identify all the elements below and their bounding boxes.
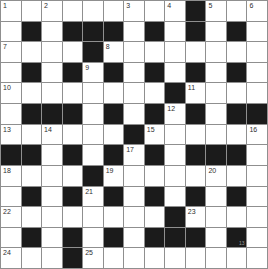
- cell-r6c12: [227, 104, 247, 124]
- cell-r4c2: [22, 63, 42, 83]
- clue-number: 4: [167, 2, 171, 9]
- cell-r9c1[interactable]: 18: [1, 166, 21, 186]
- clue-number: 8: [106, 43, 110, 50]
- cell-r9c9[interactable]: [165, 166, 185, 186]
- cell-r12c6: [104, 228, 124, 248]
- cell-r7c8[interactable]: 15: [145, 125, 165, 145]
- cell-r10c7[interactable]: [124, 187, 144, 207]
- cell-r5c12[interactable]: [227, 83, 247, 103]
- cell-r3c13[interactable]: [247, 42, 267, 62]
- cell-r10c10: [186, 187, 206, 207]
- cell-r12c7[interactable]: [124, 228, 144, 248]
- cell-r6c9[interactable]: 12: [165, 104, 185, 124]
- cell-r7c5[interactable]: [83, 125, 103, 145]
- cell-r1c4[interactable]: [63, 1, 83, 21]
- clue-number: 1: [3, 2, 7, 9]
- cell-r4c5[interactable]: 9: [83, 63, 103, 83]
- cell-r11c3[interactable]: [42, 207, 62, 227]
- cell-r13c7[interactable]: [124, 248, 144, 268]
- clue-number: 15: [147, 126, 155, 133]
- cell-r13c13[interactable]: [247, 248, 267, 268]
- cell-r4c11[interactable]: [206, 63, 226, 83]
- cell-r7c9[interactable]: [165, 125, 185, 145]
- clue-number: 18: [3, 167, 11, 174]
- cell-r5c6[interactable]: [104, 83, 124, 103]
- cell-r11c13[interactable]: [247, 207, 267, 227]
- clue-number: 13: [3, 126, 11, 133]
- cell-r5c9: [165, 83, 185, 103]
- cell-r11c12[interactable]: [227, 207, 247, 227]
- cell-r3c9[interactable]: [165, 42, 185, 62]
- cell-r6c3: [42, 104, 62, 124]
- cell-r4c10: [186, 63, 206, 83]
- cell-r8c6: [104, 145, 124, 165]
- cell-r9c3[interactable]: [42, 166, 62, 186]
- cell-r11c4[interactable]: [63, 207, 83, 227]
- cell-r4c4: [63, 63, 83, 83]
- cell-r2c12: [227, 22, 247, 42]
- cell-r5c5[interactable]: [83, 83, 103, 103]
- cell-r2c5: [83, 22, 103, 42]
- cell-r8c5[interactable]: [83, 145, 103, 165]
- clue-number: 2: [44, 2, 48, 9]
- cell-r4c13[interactable]: [247, 63, 267, 83]
- cell-r6c4: [63, 104, 83, 124]
- clue-number: 22: [3, 208, 11, 215]
- cell-r3c5: [83, 42, 103, 62]
- cell-r11c7[interactable]: [124, 207, 144, 227]
- cell-r1c11[interactable]: 5: [206, 1, 226, 21]
- cell-r5c2[interactable]: [22, 83, 42, 103]
- cell-r13c6[interactable]: [104, 248, 124, 268]
- clue-number: 7: [3, 43, 7, 50]
- cell-r5c3[interactable]: [42, 83, 62, 103]
- cell-r1c2[interactable]: [22, 1, 42, 21]
- cell-r11c2[interactable]: [22, 207, 42, 227]
- cell-r10c12: [227, 187, 247, 207]
- cell-r3c4[interactable]: [63, 42, 83, 62]
- cell-r1c13[interactable]: 6: [247, 1, 267, 21]
- cell-r10c6: [104, 187, 124, 207]
- cell-r2c7[interactable]: [124, 22, 144, 42]
- clue-number: 5: [208, 2, 212, 9]
- clue-number: 25: [85, 249, 93, 256]
- cell-r5c1[interactable]: 10: [1, 83, 21, 103]
- cell-r13c1[interactable]: 24: [1, 248, 21, 268]
- cell-r1c9[interactable]: 4: [165, 1, 185, 21]
- cell-r7c4[interactable]: [63, 125, 83, 145]
- clue-number: 23: [188, 208, 196, 215]
- cell-r6c1[interactable]: [1, 104, 21, 124]
- cell-r12c13[interactable]: [247, 228, 267, 248]
- cell-r5c8[interactable]: [145, 83, 165, 103]
- cell-r10c8: [145, 187, 165, 207]
- cell-r12c1[interactable]: [1, 228, 21, 248]
- cell-r4c3[interactable]: [42, 63, 62, 83]
- cell-r4c12: [227, 63, 247, 83]
- cell-r11c10[interactable]: 23: [186, 207, 206, 227]
- cell-r4c8: [145, 63, 165, 83]
- cell-r6c13: [247, 104, 267, 124]
- cell-r2c3[interactable]: [42, 22, 62, 42]
- clue-number: 20: [208, 167, 216, 174]
- cell-r11c11[interactable]: [206, 207, 226, 227]
- cell-r2c4: [63, 22, 83, 42]
- clue-number: 21: [85, 188, 93, 195]
- cell-r9c4[interactable]: [63, 166, 83, 186]
- cell-r7c7: [124, 125, 144, 145]
- cell-r4c1[interactable]: [1, 63, 21, 83]
- cell-r13c4: [63, 248, 83, 268]
- clue-number: 6: [249, 2, 253, 9]
- cell-r2c6: [104, 22, 124, 42]
- cell-r12c11[interactable]: [206, 228, 226, 248]
- cell-r1c3[interactable]: 2: [42, 1, 62, 21]
- cell-r3c11[interactable]: [206, 42, 226, 62]
- cell-r5c4[interactable]: [63, 83, 83, 103]
- cell-r10c2: [22, 187, 42, 207]
- cell-r8c1: [1, 145, 21, 165]
- cell-r7c3[interactable]: 14: [42, 125, 62, 145]
- cell-r2c8: [145, 22, 165, 42]
- clue-number: 10: [3, 84, 11, 91]
- cell-r1c10: [186, 1, 206, 21]
- cell-r9c12[interactable]: [227, 166, 247, 186]
- cell-r8c7[interactable]: 17: [124, 145, 144, 165]
- cell-r8c10: [186, 145, 206, 165]
- cell-r1c8[interactable]: [145, 1, 165, 21]
- cell-r3c6[interactable]: 8: [104, 42, 124, 62]
- crossword-grid: 1234567891011121314151617181920212223132…: [0, 0, 268, 269]
- cell-r8c2: [22, 145, 42, 165]
- cell-r5c13[interactable]: [247, 83, 267, 103]
- clue-number: 16: [249, 126, 257, 133]
- cell-r9c8[interactable]: [145, 166, 165, 186]
- cell-r4c9[interactable]: [165, 63, 185, 83]
- cell-r8c12: [227, 145, 247, 165]
- cell-r7c10[interactable]: [186, 125, 206, 145]
- clue-number: 19: [106, 167, 114, 174]
- cell-r7c13[interactable]: 16: [247, 125, 267, 145]
- cell-r1c7[interactable]: 3: [124, 1, 144, 21]
- cell-r3c8[interactable]: [145, 42, 165, 62]
- cell-r1c12[interactable]: [227, 1, 247, 21]
- cell-r7c6[interactable]: [104, 125, 124, 145]
- cell-r3c3[interactable]: [42, 42, 62, 62]
- cell-r6c6: [104, 104, 124, 124]
- cell-r3c12[interactable]: [227, 42, 247, 62]
- cell-r6c2: [22, 104, 42, 124]
- cell-r9c5: [83, 166, 103, 186]
- clue-number: 9: [85, 64, 89, 71]
- cell-r9c10[interactable]: [186, 166, 206, 186]
- cell-r2c2: [22, 22, 42, 42]
- cell-r10c13[interactable]: [247, 187, 267, 207]
- cell-r3c7[interactable]: [124, 42, 144, 62]
- cell-r10c5[interactable]: 21: [83, 187, 103, 207]
- cell-r13c2[interactable]: [22, 248, 42, 268]
- cell-r10c4: [63, 187, 83, 207]
- cell-r7c1[interactable]: 13: [1, 125, 21, 145]
- cell-r4c7[interactable]: [124, 63, 144, 83]
- cell-r13c8[interactable]: [145, 248, 165, 268]
- cell-r3c1[interactable]: 7: [1, 42, 21, 62]
- clue-number: 3: [126, 2, 130, 9]
- cell-r10c3[interactable]: [42, 187, 62, 207]
- cell-r13c10[interactable]: [186, 248, 206, 268]
- cell-r11c6[interactable]: [104, 207, 124, 227]
- clue-number: 11: [188, 84, 195, 91]
- cell-r12c10: [186, 228, 206, 248]
- cell-r2c11[interactable]: [206, 22, 226, 42]
- cell-r7c11[interactable]: [206, 125, 226, 145]
- cell-r9c2[interactable]: [22, 166, 42, 186]
- cell-r5c7[interactable]: [124, 83, 144, 103]
- cell-r6c10: [186, 104, 206, 124]
- cell-r9c11[interactable]: 20: [206, 166, 226, 186]
- cell-r8c13[interactable]: [247, 145, 267, 165]
- cell-r8c9[interactable]: [165, 145, 185, 165]
- cell-r2c1[interactable]: [1, 22, 21, 42]
- cell-r5c11[interactable]: [206, 83, 226, 103]
- cell-r12c4: [63, 228, 83, 248]
- cell-r1c5[interactable]: [83, 1, 103, 21]
- cell-r10c1[interactable]: [1, 187, 21, 207]
- cell-r2c13[interactable]: [247, 22, 267, 42]
- cell-r13c5[interactable]: 25: [83, 248, 103, 268]
- cell-r9c13[interactable]: [247, 166, 267, 186]
- cell-r2c10: [186, 22, 206, 42]
- cell-r4c6: [104, 63, 124, 83]
- cell-r6c11[interactable]: [206, 104, 226, 124]
- cell-r8c3[interactable]: [42, 145, 62, 165]
- cell-r1c6[interactable]: [104, 1, 124, 21]
- cell-r5c10[interactable]: 11: [186, 83, 206, 103]
- clue-number: 12: [167, 105, 175, 112]
- cell-r9c7[interactable]: [124, 166, 144, 186]
- clue-number: 17: [126, 146, 134, 153]
- cell-r6c7[interactable]: [124, 104, 144, 124]
- cell-r12c9: [165, 228, 185, 248]
- cell-r8c8: [145, 145, 165, 165]
- cell-r12c2: [22, 228, 42, 248]
- cell-r12c12: 13: [227, 228, 247, 248]
- cell-r10c9[interactable]: [165, 187, 185, 207]
- cell-r3c2[interactable]: [22, 42, 42, 62]
- cell-r8c11: [206, 145, 226, 165]
- cell-r3c10[interactable]: [186, 42, 206, 62]
- cell-r12c5[interactable]: [83, 228, 103, 248]
- cell-r6c8: [145, 104, 165, 124]
- cell-r7c2[interactable]: [22, 125, 42, 145]
- cell-r13c12[interactable]: [227, 248, 247, 268]
- cell-r2c9[interactable]: [165, 22, 185, 42]
- cell-r9c6[interactable]: 19: [104, 166, 124, 186]
- clue-number: 14: [44, 126, 52, 133]
- cell-r11c8[interactable]: [145, 207, 165, 227]
- cell-r6c5[interactable]: [83, 104, 103, 124]
- cell-r13c11[interactable]: [206, 248, 226, 268]
- clue-number: 24: [3, 249, 11, 256]
- cell-r11c9: [165, 207, 185, 227]
- cell-r12c3[interactable]: [42, 228, 62, 248]
- cell-r11c1[interactable]: 22: [1, 207, 21, 227]
- cell-r10c11[interactable]: [206, 187, 226, 207]
- cell-r13c3[interactable]: [42, 248, 62, 268]
- cell-r7c12[interactable]: [227, 125, 247, 145]
- cell-r1c1[interactable]: 1: [1, 1, 21, 21]
- cell-r12c8: [145, 228, 165, 248]
- cell-r13c9[interactable]: [165, 248, 185, 268]
- cell-r11c5[interactable]: [83, 207, 103, 227]
- cell-r8c4: [63, 145, 83, 165]
- tiny-watermark-number: 13: [239, 241, 245, 246]
